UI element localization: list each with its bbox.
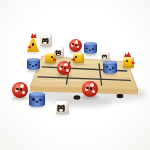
eye	[61, 66, 63, 68]
eye	[90, 87, 92, 89]
eye	[16, 88, 18, 90]
cat-face	[102, 54, 107, 59]
cylinder-top	[27, 58, 40, 62]
cat-face	[57, 104, 65, 111]
cylinder-top	[29, 92, 45, 97]
white-spot	[92, 90, 95, 93]
muzzle	[59, 109, 63, 111]
cat-face	[55, 50, 61, 56]
muzzle	[43, 42, 47, 44]
eye	[20, 88, 22, 90]
eye	[32, 98, 35, 100]
white-cat-cube[interactable]	[101, 52, 110, 61]
eye	[112, 67, 114, 69]
red-ball[interactable]	[12, 82, 28, 98]
red-ball[interactable]	[82, 81, 98, 97]
white-cat-cube[interactable]	[40, 34, 52, 46]
eye	[43, 40, 44, 41]
blue-cylinder[interactable]	[84, 42, 97, 54]
yellow-duck-cube[interactable]	[45, 53, 56, 63]
white-cat-cube[interactable]	[54, 47, 64, 57]
crest	[31, 33, 37, 38]
eye	[46, 40, 47, 41]
ball-body	[57, 61, 71, 75]
eye	[35, 64, 37, 66]
eye	[57, 52, 58, 53]
eye	[59, 107, 60, 108]
eye	[92, 48, 94, 50]
white-cat-cube[interactable]	[56, 101, 69, 114]
white-spot	[64, 63, 68, 67]
board-foot-right	[117, 94, 124, 98]
ball-body	[82, 81, 98, 97]
eye	[64, 67, 66, 69]
cube-body	[73, 53, 84, 63]
white-spot	[66, 69, 69, 72]
yellow-duck-cube[interactable]	[73, 53, 84, 63]
ball-body	[69, 39, 82, 52]
blue-cylinder[interactable]	[27, 58, 40, 70]
red-ball[interactable]	[69, 39, 82, 52]
blue-cylinder[interactable]	[103, 61, 117, 74]
white-spot	[22, 91, 25, 94]
eye	[32, 43, 34, 45]
game-board	[0, 0, 150, 150]
ball-body	[12, 82, 28, 98]
eye	[72, 43, 74, 45]
blue-cylinder[interactable]	[29, 92, 45, 107]
eye	[62, 107, 63, 108]
eye	[39, 99, 42, 101]
scene	[0, 0, 150, 150]
muzzle	[57, 54, 60, 56]
red-ball[interactable]	[57, 61, 71, 75]
eye	[126, 60, 128, 62]
cat-face	[42, 38, 49, 45]
yellow-cone-chick[interactable]	[27, 34, 40, 52]
board-foot-middle	[74, 95, 81, 99]
cylinder-top	[84, 42, 97, 46]
eye	[86, 87, 88, 89]
cube-body	[45, 53, 56, 63]
cylinder-top	[103, 61, 117, 65]
yellow-rooster-cube[interactable]	[123, 57, 134, 68]
eye	[59, 52, 60, 53]
white-spot	[77, 46, 80, 49]
muzzle	[103, 57, 106, 59]
eye	[75, 44, 77, 46]
